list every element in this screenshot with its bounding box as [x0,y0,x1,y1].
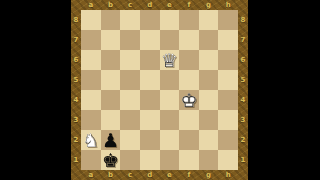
square-a7[interactable] [81,30,101,50]
square-f2[interactable] [179,130,199,150]
file-labels-top: abcdefgh [81,0,238,10]
square-g2[interactable] [199,130,219,150]
square-f6[interactable] [179,50,199,70]
rank-label-7-left: 7 [71,30,81,50]
white-queen-outline: ♕ [160,50,180,70]
file-label-g-top: g [199,0,219,10]
board-grid: ♛♕♚♔♞♘♟♚ [81,10,238,170]
square-h6[interactable] [218,50,238,70]
square-c7[interactable] [120,30,140,50]
file-label-g-bottom: g [199,170,219,180]
white-king-outline: ♔ [179,90,199,110]
square-f1[interactable] [179,150,199,170]
square-h7[interactable] [218,30,238,50]
square-g1[interactable] [199,150,219,170]
square-b7[interactable] [101,30,121,50]
file-label-d-bottom: d [140,170,160,180]
square-d2[interactable] [140,130,160,150]
file-label-h-top: h [218,0,238,10]
square-f8[interactable] [179,10,199,30]
square-h4[interactable] [218,90,238,110]
rank-label-4-right: 4 [238,90,248,110]
square-c8[interactable] [120,10,140,30]
square-f5[interactable] [179,70,199,90]
file-label-e-top: e [160,0,180,10]
file-labels-bottom: abcdefgh [81,170,238,180]
square-h5[interactable] [218,70,238,90]
square-f7[interactable] [179,30,199,50]
square-d3[interactable] [140,110,160,130]
file-label-b-top: b [101,0,121,10]
square-e6[interactable]: ♛♕ [160,50,180,70]
square-h1[interactable] [218,150,238,170]
square-c3[interactable] [120,110,140,130]
white-knight[interactable]: ♞♘ [81,130,101,150]
square-b4[interactable] [101,90,121,110]
file-label-a-top: a [81,0,101,10]
rank-label-2-left: 2 [71,130,81,150]
rank-label-3-left: 3 [71,110,81,130]
square-e3[interactable] [160,110,180,130]
square-b3[interactable] [101,110,121,130]
square-c2[interactable] [120,130,140,150]
rank-label-5-right: 5 [238,70,248,90]
white-queen[interactable]: ♛♕ [160,50,180,70]
square-d7[interactable] [140,30,160,50]
file-label-e-bottom: e [160,170,180,180]
square-d5[interactable] [140,70,160,90]
square-c5[interactable] [120,70,140,90]
file-label-f-bottom: f [179,170,199,180]
white-knight-outline: ♘ [81,130,101,150]
square-e7[interactable] [160,30,180,50]
rank-label-1-left: 1 [71,150,81,170]
rank-label-4-left: 4 [71,90,81,110]
file-label-h-bottom: h [218,170,238,180]
white-king[interactable]: ♚♔ [179,90,199,110]
square-a3[interactable] [81,110,101,130]
square-b5[interactable] [101,70,121,90]
square-a5[interactable] [81,70,101,90]
rank-labels-right: 87654321 [238,10,248,170]
rank-label-1-right: 1 [238,150,248,170]
square-b6[interactable] [101,50,121,70]
file-label-a-bottom: a [81,170,101,180]
file-label-d-top: d [140,0,160,10]
file-label-b-bottom: b [101,170,121,180]
square-c1[interactable] [120,150,140,170]
square-d1[interactable] [140,150,160,170]
file-label-c-bottom: c [120,170,140,180]
rank-label-3-right: 3 [238,110,248,130]
square-e4[interactable] [160,90,180,110]
letterbox-background: abcdefgh abcdefgh 87654321 87654321 ♛♕♚♔… [0,0,320,180]
square-e2[interactable] [160,130,180,150]
black-king-glyph: ♚ [101,150,121,170]
square-g3[interactable] [199,110,219,130]
square-e5[interactable] [160,70,180,90]
square-a2[interactable]: ♞♘ [81,130,101,150]
square-g4[interactable] [199,90,219,110]
square-f4[interactable]: ♚♔ [179,90,199,110]
black-pawn[interactable]: ♟ [101,130,121,150]
square-c4[interactable] [120,90,140,110]
square-d6[interactable] [140,50,160,70]
rank-label-2-right: 2 [238,130,248,150]
square-b2[interactable]: ♟ [101,130,121,150]
square-b8[interactable] [101,10,121,30]
rank-label-8-right: 8 [238,10,248,30]
square-a6[interactable] [81,50,101,70]
square-e1[interactable] [160,150,180,170]
square-h8[interactable] [218,10,238,30]
square-a8[interactable] [81,10,101,30]
file-label-c-top: c [120,0,140,10]
square-c6[interactable] [120,50,140,70]
square-g7[interactable] [199,30,219,50]
square-b1[interactable]: ♚ [101,150,121,170]
rank-label-6-right: 6 [238,50,248,70]
rank-label-7-right: 7 [238,30,248,50]
square-g5[interactable] [199,70,219,90]
rank-label-5-left: 5 [71,70,81,90]
square-d8[interactable] [140,10,160,30]
black-pawn-glyph: ♟ [101,130,121,150]
rank-labels-left: 87654321 [71,10,81,170]
square-e8[interactable] [160,10,180,30]
chess-board: abcdefgh abcdefgh 87654321 87654321 ♛♕♚♔… [71,0,248,180]
square-g6[interactable] [199,50,219,70]
square-h2[interactable] [218,130,238,150]
square-g8[interactable] [199,10,219,30]
rank-label-8-left: 8 [71,10,81,30]
square-a4[interactable] [81,90,101,110]
black-king[interactable]: ♚ [101,150,121,170]
rank-label-6-left: 6 [71,50,81,70]
square-a1[interactable] [81,150,101,170]
square-d4[interactable] [140,90,160,110]
file-label-f-top: f [179,0,199,10]
square-h3[interactable] [218,110,238,130]
square-f3[interactable] [179,110,199,130]
